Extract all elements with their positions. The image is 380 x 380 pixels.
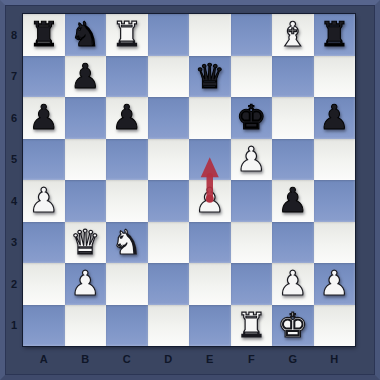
square-g6[interactable] (272, 97, 314, 139)
rank-label-3: 3 (5, 222, 23, 264)
square-a4[interactable]: ♟ (23, 180, 65, 222)
square-h8[interactable]: ♜ (314, 14, 356, 56)
square-b2[interactable]: ♟ (65, 263, 107, 305)
piece-black-queen[interactable]: ♛ (195, 56, 225, 98)
rank-label-5: 5 (5, 139, 23, 181)
square-f8[interactable] (231, 14, 273, 56)
piece-white-knight[interactable]: ♞ (112, 222, 142, 264)
square-b3[interactable]: ♛ (65, 222, 107, 264)
square-h7[interactable] (314, 56, 356, 98)
file-label-F: F (231, 346, 273, 372)
rank-label-4: 4 (5, 180, 23, 222)
square-g7[interactable] (272, 56, 314, 98)
piece-white-rook[interactable]: ♜ (112, 14, 142, 56)
file-label-G: G (272, 346, 314, 372)
file-label-H: H (314, 346, 356, 372)
square-f2[interactable] (231, 263, 273, 305)
piece-black-king[interactable]: ♚ (236, 97, 266, 139)
file-label-E: E (189, 346, 231, 372)
piece-black-pawn[interactable]: ♟ (112, 97, 142, 139)
piece-white-pawn[interactable]: ♟ (319, 263, 349, 305)
square-b8[interactable]: ♞ (65, 14, 107, 56)
piece-black-rook[interactable]: ♜ (29, 14, 59, 56)
piece-white-pawn[interactable]: ♟ (70, 263, 100, 305)
square-a2[interactable] (23, 263, 65, 305)
square-f1[interactable]: ♜ (231, 305, 273, 347)
square-e5[interactable] (189, 139, 231, 181)
file-label-D: D (148, 346, 190, 372)
piece-white-pawn[interactable]: ♟ (29, 180, 59, 222)
square-a5[interactable] (23, 139, 65, 181)
square-g5[interactable] (272, 139, 314, 181)
square-c2[interactable] (106, 263, 148, 305)
rank-label-7: 7 (5, 56, 23, 98)
square-e6[interactable] (189, 97, 231, 139)
rank-label-8: 8 (5, 14, 23, 56)
square-e1[interactable] (189, 305, 231, 347)
square-f7[interactable] (231, 56, 273, 98)
square-h3[interactable] (314, 222, 356, 264)
piece-white-pawn[interactable]: ♟ (195, 180, 225, 222)
board-frame: 87654321 ABCDEFGH ♜♞♜♝♜♟♛♟♟♚♟♟♟♟♟♛♞♟♟♟♜♚ (0, 0, 380, 380)
square-g2[interactable]: ♟ (272, 263, 314, 305)
piece-white-queen[interactable]: ♛ (70, 222, 100, 264)
square-g8[interactable]: ♝ (272, 14, 314, 56)
square-f4[interactable] (231, 180, 273, 222)
piece-black-pawn[interactable]: ♟ (70, 56, 100, 98)
piece-black-pawn[interactable]: ♟ (319, 97, 349, 139)
rank-label-6: 6 (5, 97, 23, 139)
square-e4[interactable]: ♟ (189, 180, 231, 222)
square-a3[interactable] (23, 222, 65, 264)
square-a7[interactable] (23, 56, 65, 98)
square-c7[interactable] (106, 56, 148, 98)
square-c1[interactable] (106, 305, 148, 347)
piece-white-king[interactable]: ♚ (278, 305, 308, 347)
square-d5[interactable] (148, 139, 190, 181)
square-d1[interactable] (148, 305, 190, 347)
file-label-C: C (106, 346, 148, 372)
square-f5[interactable]: ♟ (231, 139, 273, 181)
square-d3[interactable] (148, 222, 190, 264)
square-d2[interactable] (148, 263, 190, 305)
square-d4[interactable] (148, 180, 190, 222)
square-a6[interactable]: ♟ (23, 97, 65, 139)
square-b1[interactable] (65, 305, 107, 347)
piece-white-rook[interactable]: ♜ (236, 305, 266, 347)
file-label-B: B (65, 346, 107, 372)
square-h6[interactable]: ♟ (314, 97, 356, 139)
square-g1[interactable]: ♚ (272, 305, 314, 347)
square-g3[interactable] (272, 222, 314, 264)
square-b7[interactable]: ♟ (65, 56, 107, 98)
square-c3[interactable]: ♞ (106, 222, 148, 264)
square-g4[interactable]: ♟ (272, 180, 314, 222)
piece-black-knight[interactable]: ♞ (70, 14, 100, 56)
piece-white-bishop[interactable]: ♝ (278, 14, 308, 56)
square-h1[interactable] (314, 305, 356, 347)
piece-white-pawn[interactable]: ♟ (278, 263, 308, 305)
square-h2[interactable]: ♟ (314, 263, 356, 305)
square-f6[interactable]: ♚ (231, 97, 273, 139)
piece-black-pawn[interactable]: ♟ (29, 97, 59, 139)
square-h4[interactable] (314, 180, 356, 222)
square-c5[interactable] (106, 139, 148, 181)
square-a1[interactable] (23, 305, 65, 347)
square-e7[interactable]: ♛ (189, 56, 231, 98)
square-b4[interactable] (65, 180, 107, 222)
square-d6[interactable] (148, 97, 190, 139)
square-e3[interactable] (189, 222, 231, 264)
square-a8[interactable]: ♜ (23, 14, 65, 56)
square-c6[interactable]: ♟ (106, 97, 148, 139)
file-label-A: A (23, 346, 65, 372)
square-b5[interactable] (65, 139, 107, 181)
square-h5[interactable] (314, 139, 356, 181)
rank-label-1: 1 (5, 305, 23, 347)
piece-black-rook[interactable]: ♜ (319, 14, 349, 56)
chess-board[interactable]: ♜♞♜♝♜♟♛♟♟♚♟♟♟♟♟♛♞♟♟♟♜♚ (23, 14, 355, 346)
square-e2[interactable] (189, 263, 231, 305)
square-e8[interactable] (189, 14, 231, 56)
square-b6[interactable] (65, 97, 107, 139)
piece-white-pawn[interactable]: ♟ (236, 139, 266, 181)
rank-label-2: 2 (5, 263, 23, 305)
square-f3[interactable] (231, 222, 273, 264)
square-c8[interactable]: ♜ (106, 14, 148, 56)
square-d7[interactable] (148, 56, 190, 98)
square-d8[interactable] (148, 14, 190, 56)
square-c4[interactable] (106, 180, 148, 222)
piece-black-pawn[interactable]: ♟ (278, 180, 308, 222)
